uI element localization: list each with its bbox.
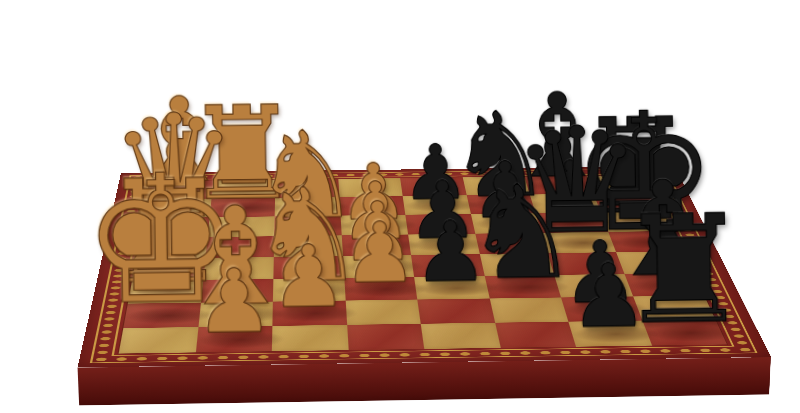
square-e1[interactable] [421, 323, 501, 349]
square-e2[interactable] [417, 299, 494, 324]
board-front-edge [78, 357, 771, 406]
photo-canvas: ♝♟♝♜♟♟♞♛♞♟♟♟♜♟♟♛♚♟♜♞♟♟♞♝♚♝♟♟♟♟♜ [0, 0, 800, 413]
piece-white-pawn[interactable]: ♟ [134, 257, 333, 341]
square-d1[interactable] [347, 324, 425, 351]
piece-black-rook[interactable]: ♜ [584, 194, 781, 333]
chess-board: ♝♟♝♜♟♟♞♛♞♟♟♟♜♟♟♛♚♟♜♞♟♟♞♝♚♝♟♟♟♟♜ [78, 166, 771, 367]
